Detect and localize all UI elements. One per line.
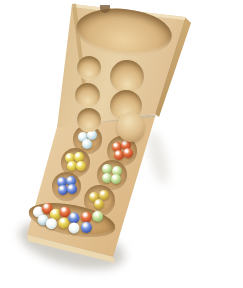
lid-pit-L3[interactable] xyxy=(77,108,101,132)
lid-pit-R3[interactable] xyxy=(117,112,144,142)
marble-amber xyxy=(94,199,104,209)
lid-pit-R1[interactable] xyxy=(110,60,144,94)
lid-pit-L2[interactable] xyxy=(75,83,100,108)
marble-blue xyxy=(80,221,93,234)
mancala-photo-scene xyxy=(0,0,243,288)
lid-pit-L1[interactable] xyxy=(77,56,101,80)
marble-lightblue xyxy=(82,139,92,149)
mancala-base-half xyxy=(25,112,175,272)
marble-white xyxy=(68,222,81,235)
marble-blue xyxy=(67,184,77,194)
marble-yellow xyxy=(76,161,86,171)
marble-green xyxy=(111,174,121,184)
marble-red xyxy=(123,148,133,158)
pit-C1[interactable] xyxy=(52,172,81,201)
